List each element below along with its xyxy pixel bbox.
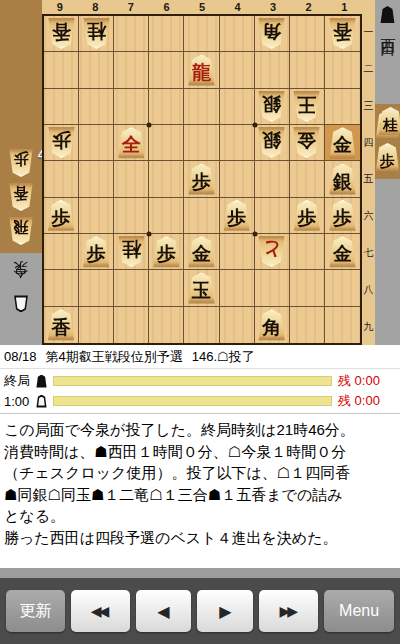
time-bar <box>53 376 332 386</box>
last-move-button[interactable]: ▶▶ <box>259 590 318 632</box>
update-button[interactable]: 更新 <box>6 590 65 632</box>
square-6-2 <box>149 52 184 88</box>
hand-歩: 歩4 <box>8 149 34 177</box>
square-4-5 <box>220 161 255 197</box>
square-2-5 <box>290 161 325 197</box>
commentary-line: （チェスクロック使用）。投了以下は、☖１四同香 <box>4 462 396 484</box>
square-4-6: 歩 <box>220 198 255 234</box>
rank-label: 五 <box>364 172 374 186</box>
black-shogi-piece-icon <box>36 375 47 388</box>
piece-桂: 桂 <box>378 107 400 135</box>
rank-label: 八 <box>364 283 374 297</box>
square-8-9 <box>79 307 114 343</box>
game-date: 08/18 <box>4 349 37 364</box>
square-4-1 <box>220 16 255 52</box>
piece-王: 王 <box>292 91 321 122</box>
hoshi-dot <box>147 123 152 128</box>
piece-金: 金 <box>187 236 216 267</box>
square-3-9: 角 <box>255 307 290 343</box>
hand-歩: 歩5 <box>375 143 400 171</box>
piece-玉: 玉 <box>187 272 216 303</box>
square-4-8 <box>220 270 255 306</box>
square-9-2 <box>44 52 79 88</box>
square-5-4 <box>184 125 219 161</box>
shogi-app: 歩4香飛 今泉 987654321 香桂角香龍銀王歩全銀金金歩銀歩歩歩歩歩桂歩金… <box>0 0 400 644</box>
file-label: 6 <box>149 0 185 14</box>
square-5-8: 玉 <box>184 270 219 306</box>
square-2-7 <box>290 234 325 270</box>
piece-香: 香 <box>328 18 357 49</box>
piece-歩: 歩 <box>187 163 216 194</box>
file-labels: 987654321 <box>42 0 362 14</box>
piece-歩: 歩 <box>82 236 111 267</box>
rank-label: 一 <box>364 25 374 39</box>
square-4-9 <box>220 307 255 343</box>
rank-label: 二 <box>364 62 374 76</box>
white-shogi-piece-icon <box>14 296 29 313</box>
square-2-2 <box>290 52 325 88</box>
gote-player-name: 今泉 <box>12 286 31 292</box>
square-7-9 <box>114 307 149 343</box>
gote-hand-pieces: 歩4香飛 <box>0 0 42 253</box>
square-5-5: 歩 <box>184 161 219 197</box>
square-3-3: 銀 <box>255 89 290 125</box>
current-move: 146.☖投了 <box>192 348 255 366</box>
square-4-7 <box>220 234 255 270</box>
square-7-2 <box>114 52 149 88</box>
square-6-4 <box>149 125 184 161</box>
board-with-labels: 987654321 香桂角香龍銀王歩全銀金金歩銀歩歩歩歩歩桂歩金と金玉香角 一二… <box>42 0 375 345</box>
game-info-bar: 08/18 第4期叡王戦段位別予選 146.☖投了 <box>0 345 400 369</box>
square-5-1 <box>184 16 219 52</box>
piece-と: と <box>257 236 286 267</box>
square-9-7 <box>44 234 79 270</box>
rank-labels: 一二三四五六七八九 <box>362 14 375 345</box>
square-2-6: 歩 <box>290 198 325 234</box>
sente-hand-pieces: 桂桂歩5 <box>375 104 400 179</box>
square-8-2 <box>79 52 114 88</box>
file-label: 1 <box>326 0 362 14</box>
file-label: 5 <box>184 0 220 14</box>
file-label: 8 <box>78 0 114 14</box>
square-5-6 <box>184 198 219 234</box>
hand-香: 香 <box>8 183 34 211</box>
square-7-1 <box>114 16 149 52</box>
square-9-5 <box>44 161 79 197</box>
clock-label: 終局 <box>4 372 36 390</box>
square-4-4 <box>220 125 255 161</box>
commentary-line: 勝った西田は四段予選のベスト４進出を決めた。 <box>4 527 396 549</box>
square-1-4: 金 <box>325 125 360 161</box>
time-bar <box>53 396 332 406</box>
square-9-4: 歩 <box>44 125 79 161</box>
hand-桂: 桂桂 <box>375 110 400 138</box>
square-8-1: 桂 <box>79 16 114 52</box>
commentary-panel: この局面で今泉が投了した。終局時刻は21時46分。消費時間は、☗西田１時間０分、… <box>0 414 400 568</box>
piece-歩: 歩 <box>222 200 251 231</box>
first-move-button[interactable]: ◀◀ <box>71 590 130 632</box>
piece-歩: 歩 <box>152 236 181 267</box>
hoshi-dot <box>147 232 152 237</box>
piece-桂: 桂 <box>117 236 146 267</box>
piece-歩: 歩 <box>292 200 321 231</box>
square-1-6: 歩 <box>325 198 360 234</box>
square-8-5 <box>79 161 114 197</box>
menu-button[interactable]: Menu <box>324 590 394 632</box>
square-1-1: 香 <box>325 16 360 52</box>
commentary-line: この局面で今泉が投了した。終局時刻は21時46分。 <box>4 419 396 441</box>
black-shogi-piece-icon <box>380 6 395 23</box>
piece-全: 全 <box>117 127 146 158</box>
square-6-3 <box>149 89 184 125</box>
gote-captured-tray: 歩4香飛 今泉 <box>0 0 42 345</box>
square-2-4: 金 <box>290 125 325 161</box>
sente-player-name: 西田 <box>378 27 397 33</box>
square-2-8 <box>290 270 325 306</box>
square-6-5 <box>149 161 184 197</box>
square-8-4 <box>79 125 114 161</box>
square-1-3 <box>325 89 360 125</box>
square-9-1: 香 <box>44 16 79 52</box>
square-5-3 <box>184 89 219 125</box>
square-7-3 <box>114 89 149 125</box>
square-3-2 <box>255 52 290 88</box>
square-2-1 <box>290 16 325 52</box>
piece-香: 香 <box>8 183 34 211</box>
remaining-time: 残 0:00 <box>338 372 396 390</box>
rank-label: 四 <box>364 136 374 150</box>
piece-歩: 歩 <box>8 149 34 177</box>
square-1-8 <box>325 270 360 306</box>
sente-player-block: 西田 <box>375 0 400 104</box>
piece-歩: 歩 <box>47 200 76 231</box>
piece-金: 金 <box>328 127 357 158</box>
square-1-9 <box>325 307 360 343</box>
piece-金: 金 <box>292 127 321 158</box>
square-6-6 <box>149 198 184 234</box>
square-1-7: 金 <box>325 234 360 270</box>
square-7-7: 桂 <box>114 234 149 270</box>
file-label: 9 <box>42 0 78 14</box>
square-8-3 <box>79 89 114 125</box>
piece-銀: 銀 <box>257 91 286 122</box>
piece-香: 香 <box>47 18 76 49</box>
commentary-line: 消費時間は、☗西田１時間０分、☖今泉１時間０分 <box>4 441 396 463</box>
square-9-8 <box>44 270 79 306</box>
square-9-6: 歩 <box>44 198 79 234</box>
square-7-6 <box>114 198 149 234</box>
square-9-3 <box>44 89 79 125</box>
gote-player-block: 今泉 <box>0 253 42 345</box>
divider <box>0 568 400 578</box>
square-2-9 <box>290 307 325 343</box>
square-6-1 <box>149 16 184 52</box>
rank-label: 九 <box>364 320 374 334</box>
square-6-9 <box>149 307 184 343</box>
square-3-6 <box>255 198 290 234</box>
file-label: 2 <box>291 0 327 14</box>
square-3-1: 角 <box>255 16 290 52</box>
rank-label: 三 <box>364 99 374 113</box>
clock-row-gote: 1:00残 0:00 <box>0 391 400 411</box>
prev-move-button[interactable]: ◀ <box>136 590 192 632</box>
square-6-7: 歩 <box>149 234 184 270</box>
square-1-2 <box>325 52 360 88</box>
square-3-8 <box>255 270 290 306</box>
remaining-time: 残 0:00 <box>338 392 396 410</box>
clock-panel: 終局残 0:001:00残 0:00 <box>0 369 400 414</box>
square-5-7: 金 <box>184 234 219 270</box>
square-7-5 <box>114 161 149 197</box>
piece-歩: 歩 <box>47 127 76 158</box>
commentary-line: ☗同銀☖同玉☗１二竜☖１三合☗１五香までの詰み <box>4 484 396 506</box>
square-5-2: 龍 <box>184 52 219 88</box>
piece-歩: 歩 <box>375 143 400 171</box>
hoshi-dot <box>252 123 257 128</box>
file-label: 4 <box>220 0 256 14</box>
next-move-button[interactable]: ▶ <box>197 590 253 632</box>
piece-金: 金 <box>328 236 357 267</box>
rank-label: 七 <box>364 246 374 260</box>
piece-銀: 銀 <box>328 163 357 194</box>
board-area: 歩4香飛 今泉 987654321 香桂角香龍銀王歩全銀金金歩銀歩歩歩歩歩桂歩金… <box>0 0 400 345</box>
square-8-8 <box>79 270 114 306</box>
piece-香: 香 <box>47 309 76 340</box>
square-4-2 <box>220 52 255 88</box>
piece-歩: 歩 <box>328 200 357 231</box>
square-8-6 <box>79 198 114 234</box>
square-3-7: と <box>255 234 290 270</box>
square-6-8 <box>149 270 184 306</box>
board-grid: 香桂角香龍銀王歩全銀金金歩銀歩歩歩歩歩桂歩金と金玉香角 <box>42 14 362 345</box>
square-3-5 <box>255 161 290 197</box>
piece-飛: 飛 <box>8 217 34 245</box>
white-shogi-piece-icon <box>36 395 47 408</box>
toolbar[interactable]: 更新 ◀◀ ◀ ▶ ▶▶ Menu <box>0 578 400 644</box>
piece-龍: 龍 <box>187 54 216 85</box>
piece-桂: 桂 <box>82 18 111 49</box>
rank-label: 六 <box>364 209 374 223</box>
square-2-3: 王 <box>290 89 325 125</box>
square-9-9: 香 <box>44 307 79 343</box>
clock-row-sente: 終局残 0:00 <box>0 371 400 391</box>
square-3-4: 銀 <box>255 125 290 161</box>
piece-角: 角 <box>257 18 286 49</box>
sente-captured-tray: 西田 桂桂歩5 <box>375 0 400 345</box>
file-label: 3 <box>255 0 291 14</box>
file-label: 7 <box>113 0 149 14</box>
square-5-9 <box>184 307 219 343</box>
square-1-5: 銀 <box>325 161 360 197</box>
square-7-8 <box>114 270 149 306</box>
square-7-4: 全 <box>114 125 149 161</box>
piece-角: 角 <box>257 309 286 340</box>
hand-飛: 飛 <box>8 217 34 245</box>
event-name: 第4期叡王戦段位別予選 <box>46 348 183 366</box>
square-4-3 <box>220 89 255 125</box>
clock-label: 1:00 <box>4 394 36 409</box>
piece-銀: 銀 <box>257 127 286 158</box>
commentary-line: となる。 <box>4 505 396 527</box>
hoshi-dot <box>252 232 257 237</box>
square-8-7: 歩 <box>79 234 114 270</box>
